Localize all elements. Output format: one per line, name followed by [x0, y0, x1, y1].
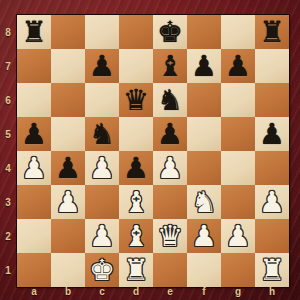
square-h4[interactable] [255, 151, 289, 185]
file-label-g: g [221, 286, 255, 299]
square-a1[interactable] [17, 253, 51, 287]
rank-label-6: 6 [0, 83, 16, 117]
square-h1[interactable]: ♜ [255, 253, 289, 287]
black-pawn-f7: ♟ [191, 49, 217, 83]
square-a8[interactable]: ♜ [17, 15, 51, 49]
square-e5[interactable]: ♟ [153, 117, 187, 151]
file-label-h: h [255, 286, 289, 299]
square-g6[interactable] [221, 83, 255, 117]
square-d6[interactable]: ♛ [119, 83, 153, 117]
square-g3[interactable] [221, 185, 255, 219]
square-c7[interactable]: ♟ [85, 49, 119, 83]
square-g2[interactable]: ♟ [221, 219, 255, 253]
square-e2[interactable]: ♛ [153, 219, 187, 253]
black-pawn-e5: ♟ [157, 117, 183, 151]
black-pawn-d4: ♟ [123, 151, 149, 185]
file-label-c: c [85, 286, 119, 299]
chess-diagram: 87654321 ♜♚♜♟♝♟♟♛♞♟♞♟♟♟♟♟♟♟♟♝♞♟♟♝♛♟♟♚♜♜ … [0, 0, 300, 300]
square-d4[interactable]: ♟ [119, 151, 153, 185]
file-label-b: b [51, 286, 85, 299]
black-knight-c5: ♞ [89, 117, 115, 151]
square-h6[interactable] [255, 83, 289, 117]
square-a2[interactable] [17, 219, 51, 253]
square-f8[interactable] [187, 15, 221, 49]
white-bishop-d3: ♝ [123, 185, 149, 219]
square-c6[interactable] [85, 83, 119, 117]
white-bishop-d2: ♝ [123, 219, 149, 253]
white-pawn-f2: ♟ [191, 219, 217, 253]
white-pawn-g2: ♟ [225, 219, 251, 253]
black-pawn-c7: ♟ [89, 49, 115, 83]
black-queen-d6: ♛ [123, 83, 149, 117]
rank-label-5: 5 [0, 117, 16, 151]
rank-label-2: 2 [0, 219, 16, 253]
black-knight-e6: ♞ [157, 83, 183, 117]
square-b3[interactable]: ♟ [51, 185, 85, 219]
square-b7[interactable] [51, 49, 85, 83]
black-pawn-g7: ♟ [225, 49, 251, 83]
square-h8[interactable]: ♜ [255, 15, 289, 49]
black-king-e8: ♚ [157, 15, 183, 49]
black-bishop-e7: ♝ [157, 49, 183, 83]
square-a5[interactable]: ♟ [17, 117, 51, 151]
white-rook-h1: ♜ [259, 253, 285, 287]
square-f1[interactable] [187, 253, 221, 287]
square-d8[interactable] [119, 15, 153, 49]
square-c8[interactable] [85, 15, 119, 49]
square-g5[interactable] [221, 117, 255, 151]
square-e6[interactable]: ♞ [153, 83, 187, 117]
rank-label-7: 7 [0, 49, 16, 83]
square-e7[interactable]: ♝ [153, 49, 187, 83]
square-d3[interactable]: ♝ [119, 185, 153, 219]
black-pawn-h5: ♟ [259, 117, 285, 151]
white-pawn-a4: ♟ [21, 151, 47, 185]
square-d2[interactable]: ♝ [119, 219, 153, 253]
square-d1[interactable]: ♜ [119, 253, 153, 287]
square-c1[interactable]: ♚ [85, 253, 119, 287]
white-pawn-b3: ♟ [55, 185, 81, 219]
square-f7[interactable]: ♟ [187, 49, 221, 83]
rank-label-8: 8 [0, 15, 16, 49]
square-h7[interactable] [255, 49, 289, 83]
rank-labels: 87654321 [0, 15, 16, 287]
square-h5[interactable]: ♟ [255, 117, 289, 151]
square-b4[interactable]: ♟ [51, 151, 85, 185]
square-f2[interactable]: ♟ [187, 219, 221, 253]
white-pawn-h3: ♟ [259, 185, 285, 219]
square-f4[interactable] [187, 151, 221, 185]
white-queen-e2: ♛ [157, 219, 183, 253]
file-labels: abcdefgh [17, 286, 289, 299]
file-label-e: e [153, 286, 187, 299]
square-a4[interactable]: ♟ [17, 151, 51, 185]
square-b1[interactable] [51, 253, 85, 287]
square-c2[interactable]: ♟ [85, 219, 119, 253]
file-label-a: a [17, 286, 51, 299]
rank-label-1: 1 [0, 253, 16, 287]
rank-label-3: 3 [0, 185, 16, 219]
square-h3[interactable]: ♟ [255, 185, 289, 219]
square-d7[interactable] [119, 49, 153, 83]
square-f6[interactable] [187, 83, 221, 117]
white-rook-d1: ♜ [123, 253, 149, 287]
square-f3[interactable]: ♞ [187, 185, 221, 219]
square-a7[interactable] [17, 49, 51, 83]
square-b8[interactable] [51, 15, 85, 49]
file-label-f: f [187, 286, 221, 299]
white-knight-f3: ♞ [191, 185, 217, 219]
square-c4[interactable]: ♟ [85, 151, 119, 185]
square-f5[interactable] [187, 117, 221, 151]
square-g1[interactable] [221, 253, 255, 287]
white-pawn-c2: ♟ [89, 219, 115, 253]
square-c5[interactable]: ♞ [85, 117, 119, 151]
square-g8[interactable] [221, 15, 255, 49]
rank-label-4: 4 [0, 151, 16, 185]
square-b2[interactable] [51, 219, 85, 253]
square-c3[interactable] [85, 185, 119, 219]
square-g7[interactable]: ♟ [221, 49, 255, 83]
white-pawn-c4: ♟ [89, 151, 115, 185]
black-pawn-b4: ♟ [55, 151, 81, 185]
square-e3[interactable] [153, 185, 187, 219]
file-label-d: d [119, 286, 153, 299]
square-b5[interactable] [51, 117, 85, 151]
black-rook-h8: ♜ [259, 15, 285, 49]
black-rook-a8: ♜ [21, 15, 47, 49]
square-b6[interactable] [51, 83, 85, 117]
square-g4[interactable] [221, 151, 255, 185]
square-e1[interactable] [153, 253, 187, 287]
square-d5[interactable] [119, 117, 153, 151]
square-a3[interactable] [17, 185, 51, 219]
chess-board: ♜♚♜♟♝♟♟♛♞♟♞♟♟♟♟♟♟♟♟♝♞♟♟♝♛♟♟♚♜♜ [17, 15, 289, 287]
square-h2[interactable] [255, 219, 289, 253]
black-pawn-a5: ♟ [21, 117, 47, 151]
white-pawn-e4: ♟ [157, 151, 183, 185]
square-a6[interactable] [17, 83, 51, 117]
white-king-c1: ♚ [89, 253, 115, 287]
square-e4[interactable]: ♟ [153, 151, 187, 185]
square-e8[interactable]: ♚ [153, 15, 187, 49]
